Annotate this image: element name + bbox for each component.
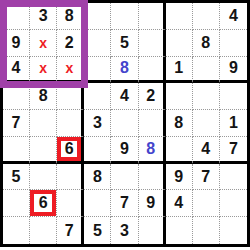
- cell-r9c2[interactable]: [30, 217, 57, 244]
- cell-r2c6[interactable]: [139, 30, 166, 57]
- cell-r5c3[interactable]: [57, 110, 84, 137]
- cell-r6c2[interactable]: [30, 137, 57, 164]
- cell-r3c2[interactable]: x: [30, 57, 57, 84]
- cell-r3c6[interactable]: [139, 57, 166, 84]
- cell-r9c3[interactable]: 7: [57, 217, 84, 244]
- cell-r1c7[interactable]: [166, 3, 193, 30]
- cell-r9c8[interactable]: [193, 217, 220, 244]
- cell-r6c4[interactable]: [84, 137, 111, 164]
- cell-r8c7[interactable]: 4: [166, 190, 193, 217]
- cell-r4c8[interactable]: [193, 83, 220, 110]
- cell-r4c4[interactable]: [84, 83, 111, 110]
- cell-r9c6[interactable]: [139, 217, 166, 244]
- cell-r8c2[interactable]: 6: [30, 190, 57, 217]
- cell-r9c1[interactable]: [3, 217, 30, 244]
- cell-r9c7[interactable]: [166, 217, 193, 244]
- cell-r2c3[interactable]: 2: [57, 30, 84, 57]
- cell-r6c8[interactable]: 4: [193, 137, 220, 164]
- cell-r1c2[interactable]: 3: [30, 3, 57, 30]
- cell-r3c1[interactable]: 4: [3, 57, 30, 84]
- cell-r1c5[interactable]: [111, 3, 138, 30]
- cell-r1c8[interactable]: [193, 3, 220, 30]
- cell-r2c2[interactable]: x: [30, 30, 57, 57]
- cell-r8c3[interactable]: [57, 190, 84, 217]
- cell-r7c8[interactable]: 7: [193, 164, 220, 191]
- cell-r1c9[interactable]: 4: [220, 3, 247, 30]
- cell-r6c5[interactable]: 9: [111, 137, 138, 164]
- cell-r7c2[interactable]: [30, 164, 57, 191]
- cell-r8c8[interactable]: [193, 190, 220, 217]
- cell-r5c8[interactable]: [193, 110, 220, 137]
- cell-r3c3[interactable]: x: [57, 57, 84, 84]
- cell-r9c4[interactable]: 5: [84, 217, 111, 244]
- cell-r4c7[interactable]: [166, 83, 193, 110]
- cell-r8c6[interactable]: 9: [139, 190, 166, 217]
- cell-r2c9[interactable]: [220, 30, 247, 57]
- cell-r9c9[interactable]: [220, 217, 247, 244]
- cell-r7c9[interactable]: [220, 164, 247, 191]
- cell-r2c4[interactable]: [84, 30, 111, 57]
- cell-r4c6[interactable]: 2: [139, 83, 166, 110]
- cell-r8c9[interactable]: [220, 190, 247, 217]
- cell-r7c3[interactable]: [57, 164, 84, 191]
- cell-r3c7[interactable]: 1: [166, 57, 193, 84]
- cell-r5c6[interactable]: [139, 110, 166, 137]
- cell-r1c3[interactable]: 8: [57, 3, 84, 30]
- cell-r5c7[interactable]: 8: [166, 110, 193, 137]
- cell-r4c5[interactable]: 4: [111, 83, 138, 110]
- cell-r4c1[interactable]: [3, 83, 30, 110]
- cell-r7c6[interactable]: [139, 164, 166, 191]
- cell-r4c2[interactable]: 8: [30, 83, 57, 110]
- cell-r9c5[interactable]: 3: [111, 217, 138, 244]
- cell-r5c2[interactable]: [30, 110, 57, 137]
- cell-r6c7[interactable]: [166, 137, 193, 164]
- cell-r6c6[interactable]: 8: [139, 137, 166, 164]
- cell-r2c7[interactable]: [166, 30, 193, 57]
- cell-r4c3[interactable]: [57, 83, 84, 110]
- cell-r8c4[interactable]: [84, 190, 111, 217]
- cell-r7c1[interactable]: 5: [3, 164, 30, 191]
- cell-r8c5[interactable]: 7: [111, 190, 138, 217]
- cell-r6c1[interactable]: [3, 137, 30, 164]
- cell-r8c1[interactable]: [3, 190, 30, 217]
- cell-r2c1[interactable]: 9: [3, 30, 30, 57]
- cell-r6c3[interactable]: 6: [57, 137, 84, 164]
- cell-r2c8[interactable]: 8: [193, 30, 220, 57]
- cell-r7c7[interactable]: 9: [166, 164, 193, 191]
- cell-r1c1[interactable]: [3, 3, 30, 30]
- cell-r1c6[interactable]: [139, 3, 166, 30]
- cell-r6c9[interactable]: 7: [220, 137, 247, 164]
- cell-r5c4[interactable]: 3: [84, 110, 111, 137]
- cell-r2c5[interactable]: 5: [111, 30, 138, 57]
- cell-r4c9[interactable]: [220, 83, 247, 110]
- cell-r1c4[interactable]: [84, 3, 111, 30]
- cell-r3c4[interactable]: [84, 57, 111, 84]
- cell-r7c4[interactable]: 8: [84, 164, 111, 191]
- cell-r7c5[interactable]: [111, 164, 138, 191]
- cell-r5c9[interactable]: 1: [220, 110, 247, 137]
- sudoku-app: 3849x2584xx81984273816984758976794753: [0, 0, 250, 250]
- cell-r3c9[interactable]: 9: [220, 57, 247, 84]
- sudoku-board: 3849x2584xx81984273816984758976794753: [0, 0, 250, 247]
- cell-r5c5[interactable]: [111, 110, 138, 137]
- cell-r5c1[interactable]: 7: [3, 110, 30, 137]
- cell-r3c8[interactable]: [193, 57, 220, 84]
- cell-r3c5[interactable]: 8: [111, 57, 138, 84]
